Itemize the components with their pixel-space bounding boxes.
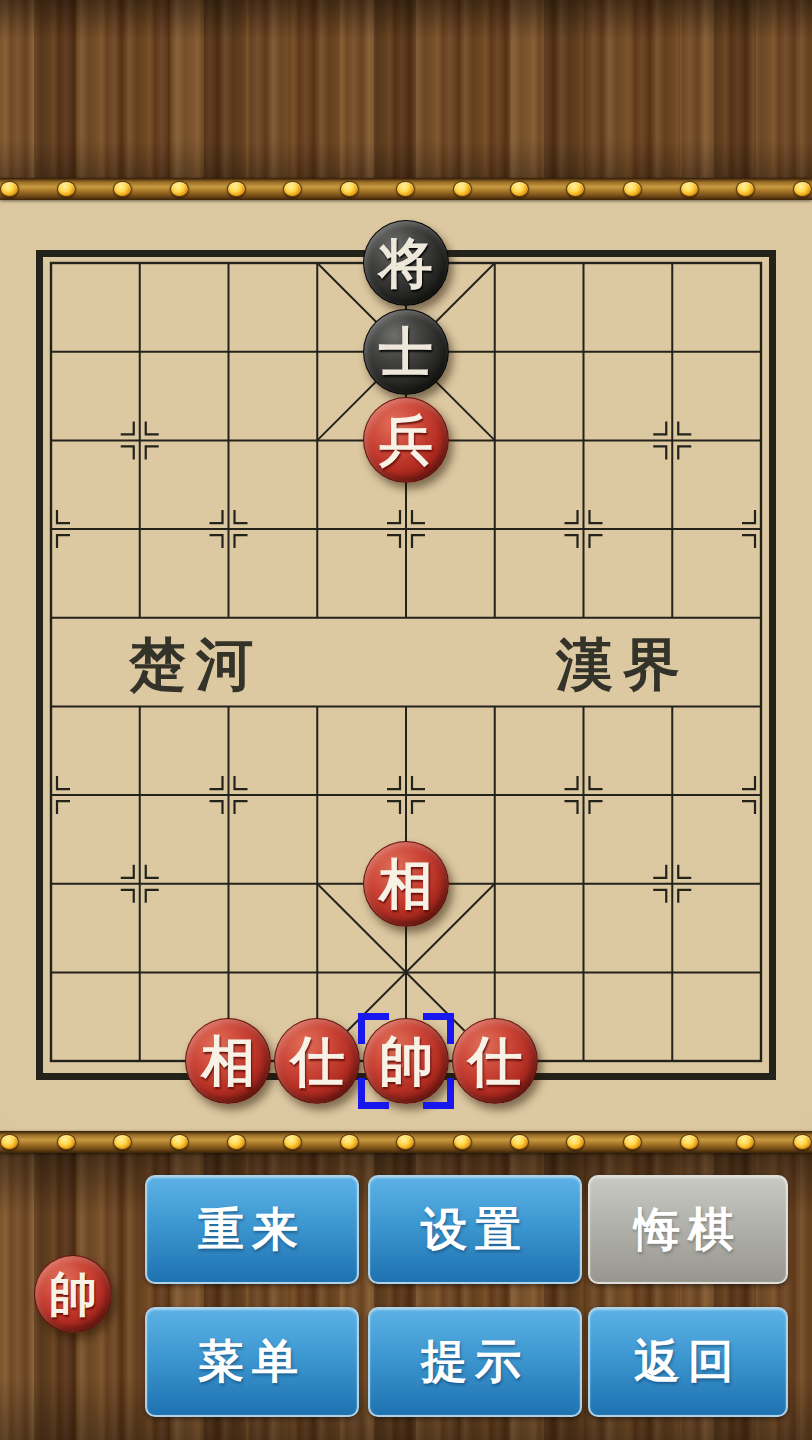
stud-icon bbox=[453, 181, 472, 197]
piece-red-advisor[interactable]: 仕 bbox=[452, 1018, 538, 1104]
stud-icon bbox=[566, 181, 585, 197]
board-point-4-7[interactable]: 相 bbox=[362, 839, 451, 928]
stud-icon bbox=[510, 181, 529, 197]
wood-top-panel bbox=[0, 0, 812, 180]
stud-icon bbox=[283, 181, 302, 197]
stud-icon bbox=[0, 181, 19, 197]
piece-black-advisor[interactable]: 士 bbox=[363, 309, 449, 395]
board-point-4-9[interactable]: 帥 bbox=[362, 1017, 451, 1106]
selection-bracket-icon bbox=[358, 1013, 389, 1044]
stud-icon bbox=[736, 1134, 755, 1150]
stud-icon bbox=[623, 181, 642, 197]
stud-icon bbox=[680, 1134, 699, 1150]
board-point-5-9[interactable]: 仕 bbox=[450, 1017, 539, 1106]
top-stud-rail bbox=[0, 178, 812, 200]
piece-red-soldier[interactable]: 兵 bbox=[363, 397, 449, 483]
stud-icon bbox=[57, 181, 76, 197]
menu-button[interactable]: 菜单 bbox=[145, 1307, 359, 1417]
settings-button[interactable]: 设置 bbox=[368, 1175, 582, 1284]
stud-icon bbox=[793, 181, 812, 197]
stud-icon bbox=[170, 181, 189, 197]
selection-bracket-icon bbox=[358, 1078, 389, 1109]
board-point-3-9[interactable]: 仕 bbox=[273, 1017, 362, 1106]
piece-glyph: 仕 bbox=[453, 1019, 537, 1103]
restart-button[interactable]: 重来 bbox=[145, 1175, 359, 1284]
stud-icon bbox=[113, 1134, 132, 1150]
piece-glyph: 相 bbox=[364, 842, 448, 926]
stud-icon bbox=[113, 181, 132, 197]
stud-icon bbox=[57, 1134, 76, 1150]
piece-glyph: 将 bbox=[364, 221, 448, 305]
stud-icon bbox=[736, 181, 755, 197]
selection-bracket-icon bbox=[423, 1013, 454, 1044]
board-point-4-1[interactable]: 士 bbox=[362, 307, 451, 396]
board[interactable]: 将士兵相相仕帥仕 bbox=[7, 219, 806, 1106]
stud-icon bbox=[396, 1134, 415, 1150]
stud-icon bbox=[793, 1134, 812, 1150]
stud-icon bbox=[340, 181, 359, 197]
piece-black-general[interactable]: 将 bbox=[363, 220, 449, 306]
piece-red-elephant[interactable]: 相 bbox=[363, 841, 449, 927]
board-point-4-0[interactable]: 将 bbox=[362, 219, 451, 308]
hint-button[interactable]: 提示 bbox=[368, 1307, 582, 1417]
selection-bracket-icon bbox=[423, 1078, 454, 1109]
stud-icon bbox=[227, 181, 246, 197]
piece-red-advisor[interactable]: 仕 bbox=[274, 1018, 360, 1104]
stud-icon bbox=[283, 1134, 302, 1150]
piece-glyph: 相 bbox=[186, 1019, 270, 1103]
stud-icon bbox=[510, 1134, 529, 1150]
bottom-stud-rail bbox=[0, 1131, 812, 1153]
stud-icon bbox=[340, 1134, 359, 1150]
piece-glyph: 士 bbox=[364, 310, 448, 394]
stud-icon bbox=[0, 1134, 19, 1150]
stud-icon bbox=[453, 1134, 472, 1150]
xiangqi-app: 楚河 漢界 将士兵相相仕帥仕 帥 重来 设置 悔棋 菜单 提示 返回 bbox=[0, 0, 812, 1440]
stud-icon bbox=[680, 181, 699, 197]
board-point-2-9[interactable]: 相 bbox=[184, 1017, 273, 1106]
undo-button[interactable]: 悔棋 bbox=[588, 1175, 788, 1284]
piece-glyph: 兵 bbox=[364, 398, 448, 482]
piece-red-elephant[interactable]: 相 bbox=[185, 1018, 271, 1104]
piece-glyph: 仕 bbox=[275, 1019, 359, 1103]
back-button[interactable]: 返回 bbox=[588, 1307, 788, 1417]
board-point-4-2[interactable]: 兵 bbox=[362, 396, 451, 485]
stud-icon bbox=[623, 1134, 642, 1150]
turn-indicator-piece: 帥 bbox=[34, 1255, 112, 1333]
stud-icon bbox=[170, 1134, 189, 1150]
turn-indicator-glyph: 帥 bbox=[35, 1256, 111, 1332]
stud-icon bbox=[566, 1134, 585, 1150]
stud-icon bbox=[396, 181, 415, 197]
stud-icon bbox=[227, 1134, 246, 1150]
piece-red-general[interactable]: 帥 bbox=[363, 1018, 449, 1104]
